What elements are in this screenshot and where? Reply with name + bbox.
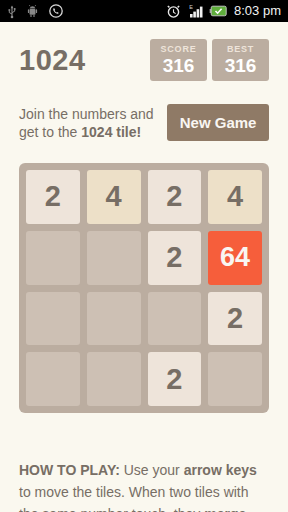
score-label: SCORE <box>160 44 196 55</box>
tile-2: 2 <box>148 231 202 285</box>
game-content: 1024 SCORE 316 BEST 316 Join the numbers… <box>0 39 288 512</box>
tile-4: 4 <box>87 170 141 224</box>
usb-icon <box>7 4 17 19</box>
empty-cell <box>87 292 141 346</box>
intro-goal: 1024 tile! <box>81 124 141 140</box>
android-icon <box>26 4 39 18</box>
empty-cell <box>26 292 80 346</box>
tile-4: 4 <box>208 170 262 224</box>
how-to-play: HOW TO PLAY: Use your arrow keys to move… <box>19 459 269 512</box>
empty-cell <box>26 352 80 406</box>
tile-2: 2 <box>148 352 202 406</box>
best-box: BEST 316 <box>212 39 269 81</box>
empty-cell <box>87 352 141 406</box>
score-value: 316 <box>163 55 195 76</box>
signal-strength-icon: E <box>186 4 204 18</box>
network-type-label: E <box>189 4 193 10</box>
tile-2: 2 <box>148 170 202 224</box>
battery-icon <box>209 5 227 17</box>
empty-cell <box>148 292 202 346</box>
best-value: 316 <box>225 55 257 76</box>
game-header: 1024 SCORE 316 BEST 316 <box>19 39 269 81</box>
status-time: 8:03 pm <box>232 0 281 22</box>
tile-2: 2 <box>208 292 262 346</box>
status-icons-left <box>7 3 64 19</box>
whatsapp-icon <box>48 3 64 19</box>
tile-2: 2 <box>26 170 80 224</box>
game-title: 1024 <box>19 44 86 77</box>
score-box: SCORE 316 <box>150 39 207 81</box>
tile-64: 64 <box>208 231 262 285</box>
above-game-row: Join the numbers and get to the 1024 til… <box>19 104 269 141</box>
status-bar[interactable]: E 8:03 pm <box>0 0 288 22</box>
empty-cell <box>87 231 141 285</box>
phone-screen: E 8:03 pm 1024 SCORE 316 <box>0 0 288 512</box>
best-label: BEST <box>227 44 254 55</box>
empty-cell <box>208 352 262 406</box>
status-icons-right: E 8:03 pm <box>166 0 281 22</box>
intro-text: Join the numbers and get to the 1024 til… <box>19 105 167 141</box>
new-game-button[interactable]: New Game <box>167 104 269 141</box>
game-board[interactable]: 242426422 <box>19 163 269 413</box>
alarm-clock-icon <box>166 4 181 19</box>
empty-cell <box>26 231 80 285</box>
scores-container: SCORE 316 BEST 316 <box>150 39 269 81</box>
